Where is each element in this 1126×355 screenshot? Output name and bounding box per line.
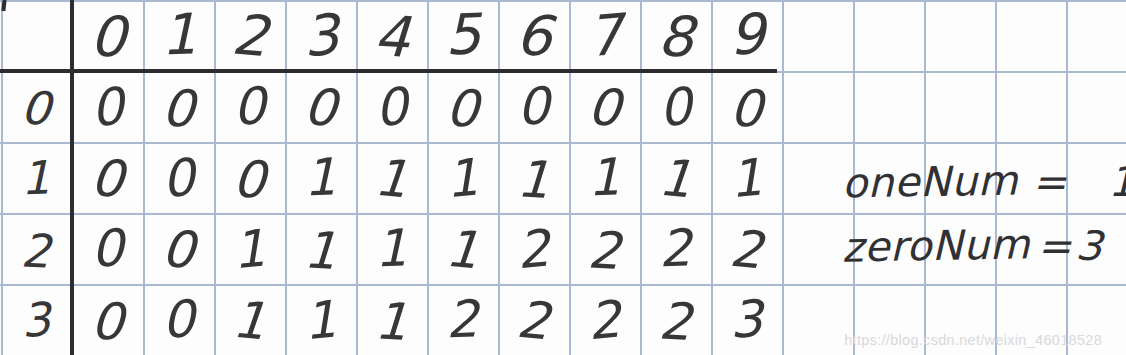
dp-cell: 1 <box>356 143 427 214</box>
dp-cell: 1 <box>285 214 356 285</box>
dp-cell: 1 <box>214 285 285 355</box>
dp-cell: 0 <box>143 285 214 355</box>
col-header: 2 <box>214 0 285 72</box>
dp-cell: 0 <box>711 72 782 143</box>
dp-cell: 1 <box>427 143 498 214</box>
dp-cell: 0 <box>72 143 143 214</box>
row-label: 0 <box>0 72 72 143</box>
col-header: 6 <box>498 0 569 72</box>
col-header: 7 <box>569 0 640 72</box>
dp-cell: 0 <box>143 214 214 285</box>
dp-cell: 0 <box>214 143 285 214</box>
dp-cell: 2 <box>498 285 569 355</box>
col-header: 5 <box>427 0 498 72</box>
dp-cell: 0 <box>569 72 640 143</box>
dp-cell: 0 <box>214 72 285 143</box>
dp-table: 0 1 2 3 4 5 6 7 8 9 0 0 0 0 0 0 0 0 0 0 … <box>0 0 782 355</box>
dp-cell: 2 <box>711 214 782 285</box>
dp-cell: 0 <box>72 285 143 355</box>
one-num-value: 1 <box>1108 162 1126 203</box>
dp-cell: 1 <box>285 143 356 214</box>
dp-cell: 1 <box>356 214 427 285</box>
dp-cell: 0 <box>356 72 427 143</box>
dp-cell: 0 <box>143 143 214 214</box>
dp-cell: 2 <box>640 214 711 285</box>
dp-cell: 0 <box>640 72 711 143</box>
dp-cell: 1 <box>711 143 782 214</box>
equals-sign: = <box>1037 226 1071 267</box>
dp-cell: 1 <box>214 214 285 285</box>
dp-cell: 2 <box>640 285 711 355</box>
dp-cell: 1 <box>427 214 498 285</box>
zero-num-value: 3 <box>1075 225 1104 268</box>
handwritten-annotations: oneNum = 1 zeroNum = 3 <box>842 162 1118 290</box>
dp-cell: 2 <box>569 214 640 285</box>
corner-cell <box>0 0 72 72</box>
dp-cell: 0 <box>72 214 143 285</box>
col-header: 3 <box>285 0 356 72</box>
one-num-label: oneNum <box>842 160 1019 204</box>
annotation-one-num: oneNum = 1 <box>842 162 1118 226</box>
zero-num-label: zeroNum <box>842 224 1031 268</box>
col-header: 0 <box>72 0 143 72</box>
dp-cell: 0 <box>427 72 498 143</box>
row-label: 3 <box>0 285 72 355</box>
dp-cell: 1 <box>569 143 640 214</box>
col-header: 9 <box>711 0 782 72</box>
equals-sign: = <box>1032 162 1066 203</box>
dp-cell: 0 <box>143 72 214 143</box>
dp-cell: 2 <box>427 285 498 355</box>
dp-cell: 1 <box>640 143 711 214</box>
dp-cell: 1 <box>498 143 569 214</box>
dp-cell: 2 <box>569 285 640 355</box>
dp-cell: 0 <box>498 72 569 143</box>
dp-cell: 0 <box>72 72 143 143</box>
col-header: 1 <box>143 0 214 72</box>
csdn-watermark: https://blog.csdn.net/weixin_46018528 <box>844 332 1102 348</box>
row-label: 1 <box>0 143 72 214</box>
dp-cell: 3 <box>711 285 782 355</box>
dp-cell: 1 <box>285 285 356 355</box>
annotation-zero-num: zeroNum = 3 <box>842 226 1118 290</box>
dp-cell: 1 <box>356 285 427 355</box>
graph-paper-page: 0 1 2 3 4 5 6 7 8 9 0 0 0 0 0 0 0 0 0 0 … <box>0 0 1126 355</box>
dp-cell: 2 <box>498 214 569 285</box>
dp-cell: 0 <box>285 72 356 143</box>
col-header: 8 <box>640 0 711 72</box>
row-label: 2 <box>0 214 72 285</box>
col-header: 4 <box>356 0 427 72</box>
